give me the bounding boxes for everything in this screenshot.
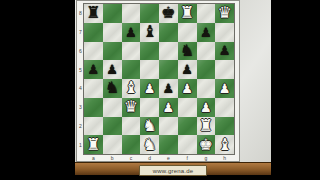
chess-board: ♜♚♜♛♟♝♟♞♟♟♟♟♞♝♟♟♟♟♛♟♟♞♜♜♞♚♝: [84, 4, 234, 154]
square-a5: ♟: [84, 60, 103, 79]
piece-black-pawn: ♟: [125, 26, 137, 39]
square-e1: [159, 135, 178, 154]
square-c6: [122, 42, 141, 61]
square-c5: [122, 60, 141, 79]
piece-white-queen: ♛: [124, 99, 138, 115]
file-label-b: b: [103, 155, 122, 162]
square-d6: [140, 42, 159, 61]
piece-white-rook: ♜: [180, 5, 194, 21]
piece-white-rook: ♜: [199, 118, 213, 134]
square-d4: ♟: [140, 79, 159, 98]
file-label-c: c: [122, 155, 141, 162]
file-label-d: d: [140, 155, 159, 162]
square-e6: [159, 42, 178, 61]
piece-white-pawn: ♟: [200, 101, 212, 114]
square-c3: ♛: [122, 98, 141, 117]
square-a4: [84, 79, 103, 98]
file-label-a: a: [84, 155, 103, 162]
file-label-h: h: [215, 155, 234, 162]
square-b3: [103, 98, 122, 117]
watermark-plaque: www.grena.de: [139, 165, 207, 176]
square-b6: [103, 42, 122, 61]
square-a8: ♜: [84, 4, 103, 23]
square-c2: [122, 117, 141, 136]
wooden-stand: www.grena.de: [75, 162, 271, 175]
square-e2: [159, 117, 178, 136]
square-d1: ♞: [140, 135, 159, 154]
square-e7: [159, 23, 178, 42]
file-label-g: g: [197, 155, 216, 162]
square-b8: [103, 4, 122, 23]
square-g6: [197, 42, 216, 61]
piece-black-knight: ♞: [105, 80, 119, 96]
square-g8: [197, 4, 216, 23]
square-g1: ♚: [197, 135, 216, 154]
piece-white-pawn: ♟: [144, 82, 156, 95]
square-c8: [122, 4, 141, 23]
square-h2: [215, 117, 234, 136]
square-c4: ♝: [122, 79, 141, 98]
square-g7: ♟: [197, 23, 216, 42]
board-frame: 87654321 ♜♚♜♛♟♝♟♞♟♟♟♟♞♝♟♟♟♟♛♟♟♞♜♜♞♚♝ abc…: [76, 0, 240, 162]
file-labels: abcdefgh: [84, 155, 234, 162]
piece-white-bishop: ♝: [124, 80, 138, 96]
video-frame: 87654321 ♜♚♜♛♟♝♟♞♟♟♟♟♞♝♟♟♟♟♛♟♟♞♜♜♞♚♝ abc…: [0, 0, 320, 180]
square-g3: ♟: [197, 98, 216, 117]
piece-black-pawn: ♟: [106, 63, 118, 76]
piece-black-knight: ♞: [180, 43, 194, 59]
piece-black-pawn: ♟: [200, 26, 212, 39]
square-a2: [84, 117, 103, 136]
piece-white-knight: ♞: [142, 118, 156, 134]
square-h1: ♝: [215, 135, 234, 154]
piece-black-pawn: ♟: [88, 63, 100, 76]
square-f2: [178, 117, 197, 136]
square-d5: [140, 60, 159, 79]
square-c7: ♟: [122, 23, 141, 42]
square-c1: [122, 135, 141, 154]
square-h4: ♟: [215, 79, 234, 98]
piece-white-pawn: ♟: [181, 82, 193, 95]
square-f5: ♟: [178, 60, 197, 79]
piece-white-king: ♚: [199, 137, 213, 153]
rank-label-8: 8: [77, 4, 84, 23]
piece-white-pawn: ♟: [163, 101, 175, 114]
rank-label-3: 3: [77, 98, 84, 117]
piece-white-queen: ♛: [217, 5, 231, 21]
square-g2: ♜: [197, 117, 216, 136]
square-a1: ♜: [84, 135, 103, 154]
square-g5: [197, 60, 216, 79]
square-d3: [140, 98, 159, 117]
square-f1: [178, 135, 197, 154]
piece-black-rook: ♜: [86, 5, 100, 21]
rank-label-7: 7: [77, 23, 84, 42]
rank-label-2: 2: [77, 117, 84, 136]
piece-black-pawn: ♟: [163, 82, 175, 95]
square-a3: [84, 98, 103, 117]
square-f3: [178, 98, 197, 117]
piece-black-pawn: ♟: [219, 44, 231, 57]
square-f4: ♟: [178, 79, 197, 98]
square-e5: [159, 60, 178, 79]
rank-label-6: 6: [77, 42, 84, 61]
square-a7: [84, 23, 103, 42]
rank-labels: 87654321: [77, 4, 84, 154]
square-e8: ♚: [159, 4, 178, 23]
square-f8: ♜: [178, 4, 197, 23]
square-b5: ♟: [103, 60, 122, 79]
piece-black-king: ♚: [161, 5, 175, 21]
piece-white-rook: ♜: [86, 137, 100, 153]
square-h5: [215, 60, 234, 79]
square-d7: ♝: [140, 23, 159, 42]
file-label-f: f: [178, 155, 197, 162]
square-b2: [103, 117, 122, 136]
square-b7: [103, 23, 122, 42]
rank-label-5: 5: [77, 60, 84, 79]
piece-white-pawn: ♟: [219, 82, 231, 95]
square-h3: [215, 98, 234, 117]
rank-label-1: 1: [77, 135, 84, 154]
square-h7: [215, 23, 234, 42]
rank-label-4: 4: [77, 79, 84, 98]
piece-black-pawn: ♟: [181, 63, 193, 76]
square-e4: ♟: [159, 79, 178, 98]
chess-diagram: 87654321 ♜♚♜♛♟♝♟♞♟♟♟♟♞♝♟♟♟♟♛♟♟♞♜♜♞♚♝ abc…: [75, 0, 271, 175]
square-d2: ♞: [140, 117, 159, 136]
piece-white-knight: ♞: [142, 137, 156, 153]
square-f6: ♞: [178, 42, 197, 61]
square-a6: [84, 42, 103, 61]
square-e3: ♟: [159, 98, 178, 117]
square-g4: [197, 79, 216, 98]
file-label-e: e: [159, 155, 178, 162]
square-f7: [178, 23, 197, 42]
square-b4: ♞: [103, 79, 122, 98]
square-h8: ♛: [215, 4, 234, 23]
piece-white-bishop: ♝: [217, 137, 231, 153]
watermark-url: www.grena.de: [153, 168, 193, 174]
square-b1: [103, 135, 122, 154]
square-h6: ♟: [215, 42, 234, 61]
piece-black-bishop: ♝: [142, 24, 156, 40]
square-d8: [140, 4, 159, 23]
